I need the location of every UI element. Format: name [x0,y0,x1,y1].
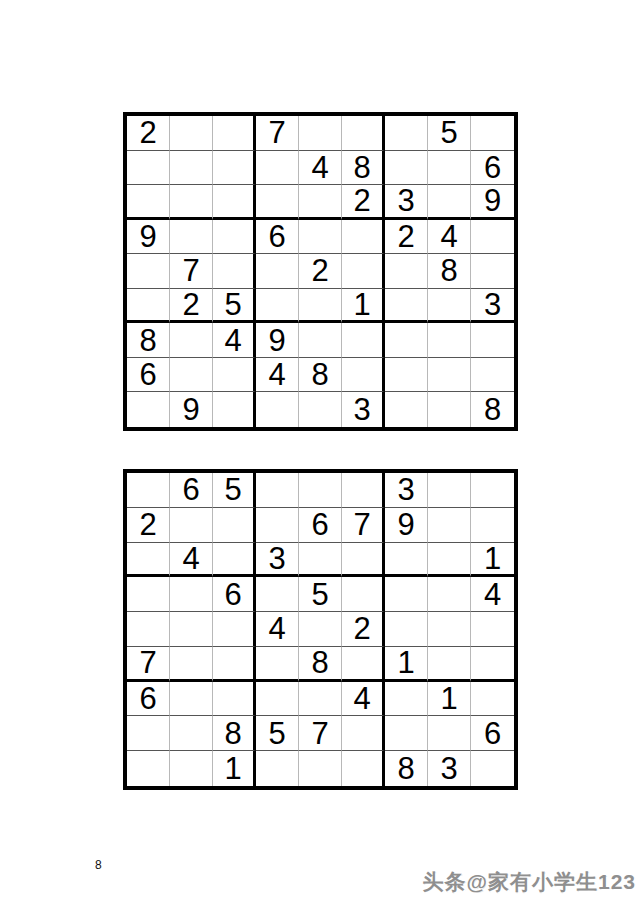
sudoku-cell-r6c6: 1 [342,289,385,324]
sudoku-cell-r7c8 [428,323,471,358]
sudoku-cell-r4c9: 4 [471,577,514,612]
sudoku-cell-r9c2: 9 [170,392,213,427]
page-number: 8 [95,858,102,872]
sudoku-cell-r5c8 [428,612,471,647]
sudoku-cell-r7c2 [170,323,213,358]
sudoku-cell-r4c2 [170,220,213,255]
sudoku-cell-r2c9 [471,508,514,543]
sudoku-cell-r5c6 [342,254,385,289]
sudoku-cell-r6c6 [342,647,385,682]
sudoku-cell-r5c4 [256,254,299,289]
sudoku-cell-r9c4 [256,392,299,427]
sudoku-cell-r1c9 [471,116,514,151]
sudoku-cell-r1c5 [299,116,342,151]
sudoku-cell-r2c4 [256,151,299,186]
sudoku-cell-r9c3: 1 [213,751,256,786]
sudoku-cell-r4c6 [342,577,385,612]
sudoku-cell-r1c4: 7 [256,116,299,151]
sudoku-grid-1: 27548623996247282513849648938 [123,112,518,431]
sudoku-cell-r3c6 [342,543,385,578]
sudoku-cell-r5c1 [127,254,170,289]
sudoku-cell-r5c7 [385,254,428,289]
sudoku-cell-r6c7 [385,289,428,324]
sudoku-cell-r8c6 [342,716,385,751]
sudoku-cell-r9c6 [342,751,385,786]
sudoku-cell-r1c6 [342,116,385,151]
sudoku-cell-r1c8 [428,473,471,508]
sudoku-cell-r5c5: 2 [299,254,342,289]
sudoku-cell-r6c1 [127,289,170,324]
sudoku-cell-r8c9 [471,358,514,393]
sudoku-cell-r9c8 [428,392,471,427]
sudoku-cell-r1c1: 2 [127,116,170,151]
sudoku-cell-r1c6 [342,473,385,508]
sudoku-cell-r8c8 [428,358,471,393]
sudoku-cell-r5c6: 2 [342,612,385,647]
sudoku-cell-r6c4 [256,647,299,682]
sudoku-cell-r9c3 [213,392,256,427]
sudoku-cell-r9c4 [256,751,299,786]
sudoku-cell-r4c8: 4 [428,220,471,255]
sudoku-cell-r9c5 [299,751,342,786]
sudoku-cell-r5c3 [213,612,256,647]
sudoku-cell-r8c1 [127,716,170,751]
sudoku-cell-r6c8 [428,647,471,682]
sudoku-cell-r1c7: 3 [385,473,428,508]
sudoku-cell-r6c2: 2 [170,289,213,324]
sudoku-cell-r5c4: 4 [256,612,299,647]
sudoku-cell-r7c9 [471,323,514,358]
sudoku-cell-r8c5: 8 [299,358,342,393]
sudoku-cell-r7c1: 6 [127,682,170,717]
sudoku-cell-r3c8 [428,543,471,578]
sudoku-cell-r6c5 [299,289,342,324]
sudoku-cell-r8c3 [213,358,256,393]
sudoku-cell-r7c9 [471,682,514,717]
sudoku-cell-r5c8: 8 [428,254,471,289]
sudoku-cell-r8c5: 7 [299,716,342,751]
sudoku-cell-r5c9 [471,612,514,647]
sudoku-cell-r9c5 [299,392,342,427]
sudoku-cell-r4c9 [471,220,514,255]
sudoku-cell-r2c2 [170,151,213,186]
sudoku-cell-r5c7 [385,612,428,647]
sudoku-cell-r3c8 [428,185,471,220]
sudoku-cell-r8c7 [385,358,428,393]
sudoku-cell-r4c5: 5 [299,577,342,612]
sudoku-cell-r8c1: 6 [127,358,170,393]
sudoku-cell-r1c1 [127,473,170,508]
sudoku-cell-r8c4: 5 [256,716,299,751]
sudoku-cell-r2c1: 2 [127,508,170,543]
sudoku-cell-r3c4: 3 [256,543,299,578]
sudoku-cell-r9c7 [385,392,428,427]
worksheet-page: 27548623996247282513849648938 6532679431… [0,0,640,906]
sudoku-cell-r4c3: 6 [213,577,256,612]
sudoku-cell-r3c2 [170,185,213,220]
sudoku-cell-r9c9 [471,751,514,786]
sudoku-cell-r1c4 [256,473,299,508]
sudoku-cell-r4c4: 6 [256,220,299,255]
sudoku-cell-r2c1 [127,151,170,186]
sudoku-cell-r1c3: 5 [213,473,256,508]
sudoku-cell-r5c5 [299,612,342,647]
sudoku-cell-r3c7 [385,543,428,578]
sudoku-cell-r5c1 [127,612,170,647]
sudoku-cell-r8c3: 8 [213,716,256,751]
sudoku-cell-r8c9: 6 [471,716,514,751]
sudoku-cell-r7c4: 9 [256,323,299,358]
sudoku-cell-r2c6: 8 [342,151,385,186]
sudoku-cell-r3c4 [256,185,299,220]
sudoku-cell-r2c9: 6 [471,151,514,186]
sudoku-cell-r6c7: 1 [385,647,428,682]
sudoku-cell-r7c4 [256,682,299,717]
sudoku-cell-r7c7 [385,323,428,358]
sudoku-cell-r3c3 [213,543,256,578]
sudoku-cell-r4c1: 9 [127,220,170,255]
sudoku-cell-r3c5 [299,543,342,578]
sudoku-cell-r8c4: 4 [256,358,299,393]
sudoku-cell-r2c5: 6 [299,508,342,543]
sudoku-cell-r1c9 [471,473,514,508]
sudoku-cell-r7c8: 1 [428,682,471,717]
sudoku-cell-r4c2 [170,577,213,612]
sudoku-cell-r5c2: 7 [170,254,213,289]
sudoku-cell-r9c1 [127,751,170,786]
sudoku-cell-r2c3 [213,151,256,186]
sudoku-cell-r6c8 [428,289,471,324]
sudoku-cell-r8c8 [428,716,471,751]
sudoku-cell-r9c9: 8 [471,392,514,427]
sudoku-cell-r5c3 [213,254,256,289]
sudoku-cell-r4c3 [213,220,256,255]
sudoku-cell-r5c9 [471,254,514,289]
sudoku-cell-r6c3: 5 [213,289,256,324]
sudoku-cell-r6c2 [170,647,213,682]
sudoku-cell-r9c2 [170,751,213,786]
sudoku-cell-r2c7: 9 [385,508,428,543]
sudoku-cell-r4c7 [385,577,428,612]
sudoku-cell-r4c7: 2 [385,220,428,255]
sudoku-cell-r3c9: 1 [471,543,514,578]
sudoku-cell-r9c7: 8 [385,751,428,786]
sudoku-cell-r7c1: 8 [127,323,170,358]
sudoku-cell-r1c3 [213,116,256,151]
sudoku-cell-r3c6: 2 [342,185,385,220]
sudoku-cell-r1c5 [299,473,342,508]
sudoku-cell-r9c6: 3 [342,392,385,427]
sudoku-cell-r2c7 [385,151,428,186]
sudoku-cell-r4c5 [299,220,342,255]
sudoku-cell-r6c1: 7 [127,647,170,682]
sudoku-cell-r8c6 [342,358,385,393]
sudoku-cell-r4c6 [342,220,385,255]
sudoku-cell-r4c4 [256,577,299,612]
sudoku-cell-r3c1 [127,543,170,578]
sudoku-cell-r8c7 [385,716,428,751]
sudoku-cell-r6c5: 8 [299,647,342,682]
sudoku-cell-r7c6: 4 [342,682,385,717]
sudoku-cell-r6c4 [256,289,299,324]
sudoku-cell-r3c2: 4 [170,543,213,578]
sudoku-cell-r4c8 [428,577,471,612]
sudoku-cell-r2c6: 7 [342,508,385,543]
sudoku-cell-r2c5: 4 [299,151,342,186]
sudoku-cell-r2c8 [428,151,471,186]
sudoku-cell-r6c9 [471,647,514,682]
sudoku-cell-r1c8: 5 [428,116,471,151]
sudoku-cell-r2c2 [170,508,213,543]
sudoku-cell-r5c2 [170,612,213,647]
sudoku-cell-r7c6 [342,323,385,358]
sudoku-cell-r2c4 [256,508,299,543]
sudoku-cell-r7c3 [213,682,256,717]
sudoku-cell-r3c5 [299,185,342,220]
sudoku-grid-2: 6532679431654427816418576183 [123,469,518,790]
sudoku-cell-r2c3 [213,508,256,543]
sudoku-cell-r2c8 [428,508,471,543]
sudoku-cell-r7c3: 4 [213,323,256,358]
sudoku-cell-r3c7: 3 [385,185,428,220]
sudoku-cell-r6c3 [213,647,256,682]
sudoku-cell-r8c2 [170,716,213,751]
sudoku-cell-r1c2: 6 [170,473,213,508]
sudoku-cell-r7c5 [299,682,342,717]
sudoku-cell-r1c2 [170,116,213,151]
sudoku-cell-r9c8: 3 [428,751,471,786]
sudoku-cell-r7c2 [170,682,213,717]
sudoku-cell-r7c5 [299,323,342,358]
sudoku-cell-r9c1 [127,392,170,427]
sudoku-cell-r3c3 [213,185,256,220]
sudoku-cell-r3c1 [127,185,170,220]
sudoku-cell-r3c9: 9 [471,185,514,220]
sudoku-cell-r6c9: 3 [471,289,514,324]
sudoku-cell-r4c1 [127,577,170,612]
watermark: 头条@家有小学生123 [422,868,636,896]
sudoku-cell-r1c7 [385,116,428,151]
sudoku-cell-r7c7 [385,682,428,717]
sudoku-cell-r8c2 [170,358,213,393]
